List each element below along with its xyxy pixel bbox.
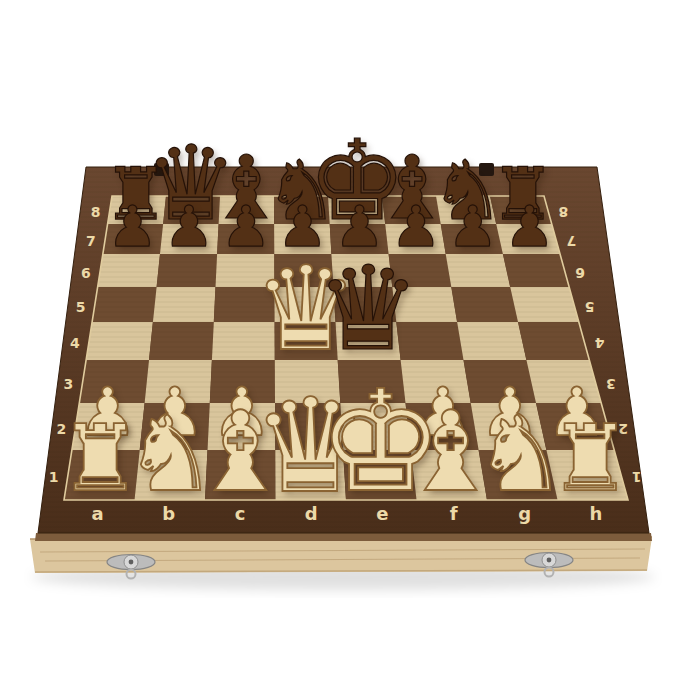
piece-black-pawn-a7[interactable]: ♟ [107, 199, 157, 255]
square-g4[interactable] [457, 322, 526, 360]
rank-label-right-6: 6 [575, 265, 585, 281]
rank-label-left-3: 3 [64, 376, 74, 392]
square-b4[interactable] [149, 322, 214, 360]
rank-label-right-3: 3 [606, 376, 616, 392]
square-g5[interactable] [451, 287, 518, 322]
piece-black-pawn-h7[interactable]: ♟ [504, 199, 554, 255]
square-a6[interactable] [98, 254, 160, 287]
rank-label-right-8: 8 [559, 204, 569, 220]
square-b5[interactable] [153, 287, 216, 322]
rank-label-right-7: 7 [567, 233, 577, 249]
board-edge-strip [35, 533, 652, 541]
piece-black-queen-e4[interactable]: ♛ [316, 251, 420, 367]
piece-white-rook-h1[interactable]: ♜ [550, 413, 632, 504]
piece-black-pawn-g7[interactable]: ♟ [448, 199, 498, 255]
rank-label-right-5: 5 [585, 299, 595, 315]
piece-black-pawn-b7[interactable]: ♟ [164, 199, 214, 255]
square-h4[interactable] [518, 322, 589, 360]
rank-label-left-5: 5 [76, 299, 86, 315]
rank-label-right-1: 1 [632, 469, 642, 485]
rank-label-left-7: 7 [86, 233, 96, 249]
rank-label-left-8: 8 [91, 204, 101, 220]
rank-label-left-1: 1 [49, 469, 59, 485]
rank-label-left-4: 4 [70, 335, 80, 351]
square-g6[interactable] [446, 254, 511, 287]
square-a4[interactable] [86, 322, 153, 360]
rank-label-right-4: 4 [594, 335, 604, 351]
chess-set-photo: abcdefgh8877665544332211 ♜♛♝♞♚♝♞♜♟♟♟♟♟♟♟… [0, 0, 682, 682]
square-h6[interactable] [503, 254, 569, 287]
square-b6[interactable] [157, 254, 218, 287]
square-a5[interactable] [92, 287, 157, 322]
rank-label-left-6: 6 [81, 265, 91, 281]
square-h5[interactable] [510, 287, 579, 322]
